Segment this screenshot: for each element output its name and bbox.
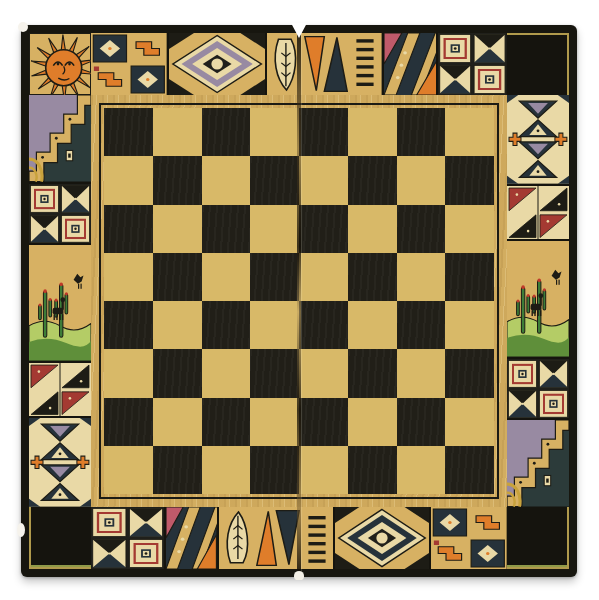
square-d6[interactable] [250, 205, 299, 253]
square-b2[interactable] [153, 398, 202, 446]
stepped-pattern [507, 420, 569, 507]
square-b4[interactable] [153, 301, 202, 349]
square-a1[interactable] [104, 446, 153, 494]
square-g7[interactable] [397, 156, 446, 204]
border-panel-desert [29, 245, 91, 360]
square-h2[interactable] [445, 398, 494, 446]
zigzag-pattern [91, 33, 167, 95]
border-panel-hourglass [29, 418, 91, 507]
square-a6[interactable] [104, 205, 153, 253]
square-b8[interactable] [153, 108, 202, 156]
square-h6[interactable] [445, 205, 494, 253]
square-e6[interactable] [299, 205, 348, 253]
triangles-pattern [29, 363, 91, 417]
square-h4[interactable] [445, 301, 494, 349]
tiles-pattern [507, 359, 569, 419]
square-a5[interactable] [104, 253, 153, 301]
border-panel-tiles [507, 359, 569, 419]
square-d5[interactable] [250, 253, 299, 301]
triangles-pattern [507, 186, 569, 240]
square-e1[interactable] [299, 446, 348, 494]
square-g3[interactable] [397, 349, 446, 397]
border-panel-stepped [29, 95, 91, 182]
square-f7[interactable] [348, 156, 397, 204]
border-panel-zigzag [91, 33, 167, 95]
diagonal-pattern [384, 33, 437, 95]
feathers-pattern [267, 33, 382, 95]
desert-pattern [29, 245, 91, 360]
square-b3[interactable] [153, 349, 202, 397]
square-g8[interactable] [397, 108, 446, 156]
bigdiamond-pattern [169, 33, 265, 95]
desert-pattern [507, 241, 569, 356]
tiles-pattern [91, 507, 164, 569]
square-a2[interactable] [104, 398, 153, 446]
stepped-pattern [29, 95, 91, 182]
square-c1[interactable] [202, 446, 251, 494]
square-f2[interactable] [348, 398, 397, 446]
square-f8[interactable] [348, 108, 397, 156]
square-f4[interactable] [348, 301, 397, 349]
square-h8[interactable] [445, 108, 494, 156]
border-panel-diagonal [166, 507, 216, 569]
fold-seam [297, 29, 301, 573]
square-e5[interactable] [299, 253, 348, 301]
square-d3[interactable] [250, 349, 299, 397]
square-a3[interactable] [104, 349, 153, 397]
bigdiamond-pattern [335, 507, 429, 569]
tiles-pattern [29, 184, 91, 244]
photo-background: { "game": "checkers / chess (vintage fol… [0, 0, 599, 600]
square-h3[interactable] [445, 349, 494, 397]
square-c5[interactable] [202, 253, 251, 301]
feathers-pattern [219, 507, 334, 569]
sun-corner-art [29, 33, 91, 95]
square-e8[interactable] [299, 108, 348, 156]
border-panel-tiles [438, 33, 507, 95]
worn-edge-left [17, 523, 25, 537]
border-panel-triangles [507, 186, 569, 240]
square-c6[interactable] [202, 205, 251, 253]
border-panel-diagonal [384, 33, 437, 95]
square-c2[interactable] [202, 398, 251, 446]
square-d8[interactable] [250, 108, 299, 156]
square-h7[interactable] [445, 156, 494, 204]
square-f1[interactable] [348, 446, 397, 494]
border-panel-stepped [507, 420, 569, 507]
square-a7[interactable] [104, 156, 153, 204]
square-c7[interactable] [202, 156, 251, 204]
border-panel-feathers [267, 33, 382, 95]
square-g5[interactable] [397, 253, 446, 301]
border-panel-tiles [91, 507, 164, 569]
border-panel-feathers [219, 507, 334, 569]
square-a8[interactable] [104, 108, 153, 156]
border-panel-desert [507, 241, 569, 356]
square-d2[interactable] [250, 398, 299, 446]
square-d1[interactable] [250, 446, 299, 494]
square-g2[interactable] [397, 398, 446, 446]
square-f3[interactable] [348, 349, 397, 397]
hourglass-pattern [29, 418, 91, 507]
square-g1[interactable] [397, 446, 446, 494]
border-panel-bigdiamond [335, 507, 429, 569]
game-board [21, 25, 577, 577]
border-panel-zigzag [431, 507, 507, 569]
square-e7[interactable] [299, 156, 348, 204]
hourglass-pattern [507, 95, 569, 184]
worn-corner-top-left [18, 22, 28, 32]
fold-nick-bottom [294, 571, 304, 580]
square-a4[interactable] [104, 301, 153, 349]
square-h1[interactable] [445, 446, 494, 494]
square-e2[interactable] [299, 398, 348, 446]
square-g6[interactable] [397, 205, 446, 253]
square-d4[interactable] [250, 301, 299, 349]
square-b6[interactable] [153, 205, 202, 253]
border-panel-hourglass [507, 95, 569, 184]
corner-sun-top-left [29, 33, 91, 95]
border-edge-right [507, 95, 569, 507]
square-c3[interactable] [202, 349, 251, 397]
square-c4[interactable] [202, 301, 251, 349]
square-h5[interactable] [445, 253, 494, 301]
diagonal-pattern [166, 507, 216, 569]
square-e4[interactable] [299, 301, 348, 349]
square-f6[interactable] [348, 205, 397, 253]
square-b7[interactable] [153, 156, 202, 204]
square-f5[interactable] [348, 253, 397, 301]
border-panel-bigdiamond [169, 33, 265, 95]
square-b1[interactable] [153, 446, 202, 494]
zigzag-pattern [431, 507, 507, 569]
tiles-pattern [438, 33, 507, 95]
fold-notch-top [291, 23, 307, 38]
border-edge-left [29, 95, 91, 507]
square-d7[interactable] [250, 156, 299, 204]
border-panel-tiles [29, 184, 91, 244]
square-e3[interactable] [299, 349, 348, 397]
square-g4[interactable] [397, 301, 446, 349]
border-panel-triangles [29, 363, 91, 417]
square-b5[interactable] [153, 253, 202, 301]
square-c8[interactable] [202, 108, 251, 156]
